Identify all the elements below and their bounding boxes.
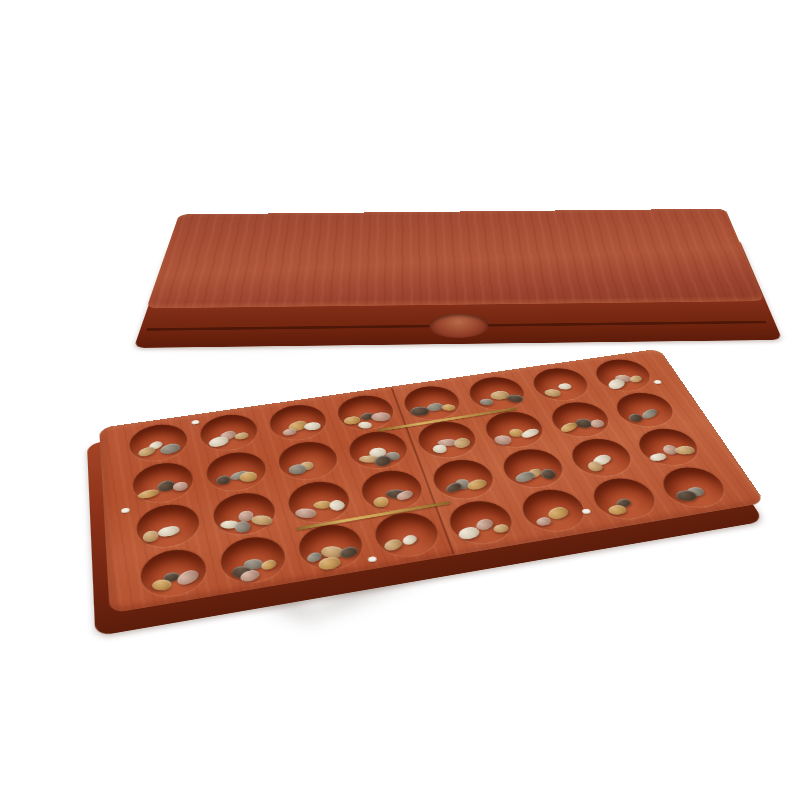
pebble bbox=[506, 393, 524, 402]
pit-B4[interactable] bbox=[345, 428, 413, 472]
pebble bbox=[381, 537, 404, 552]
pebble bbox=[588, 418, 606, 429]
pit-A1[interactable] bbox=[128, 421, 189, 464]
pebble bbox=[150, 579, 173, 591]
pit-B2[interactable] bbox=[204, 449, 269, 495]
board-lid-closed-box bbox=[146, 209, 764, 309]
pebble bbox=[238, 471, 257, 481]
pebble bbox=[173, 481, 188, 491]
pebble bbox=[174, 567, 202, 587]
magnet-dot bbox=[191, 420, 199, 425]
pebble bbox=[410, 406, 430, 416]
pebble bbox=[142, 530, 158, 542]
mancala-board-open bbox=[99, 349, 765, 614]
magnet-dot bbox=[121, 507, 130, 513]
pit-B3[interactable] bbox=[275, 438, 342, 483]
product-photo-scene bbox=[0, 0, 800, 800]
pebble bbox=[432, 444, 447, 453]
pebble bbox=[357, 421, 372, 429]
pebble bbox=[215, 474, 231, 484]
pit-D4[interactable] bbox=[370, 509, 444, 560]
pebble bbox=[492, 523, 510, 533]
pebble bbox=[539, 467, 558, 479]
pebble bbox=[441, 404, 455, 411]
pebble bbox=[326, 498, 347, 512]
pit-B1[interactable] bbox=[131, 459, 195, 506]
thumb-notch bbox=[429, 313, 489, 338]
pebble bbox=[294, 507, 317, 518]
pebble bbox=[207, 435, 230, 449]
pebble bbox=[136, 445, 157, 458]
lid-top-face bbox=[146, 209, 764, 309]
pebble bbox=[465, 477, 489, 491]
pebble bbox=[480, 398, 493, 405]
pebble bbox=[544, 388, 561, 397]
pebble bbox=[250, 514, 274, 526]
pebble bbox=[450, 436, 472, 450]
pebble bbox=[157, 524, 180, 537]
pit-A3[interactable] bbox=[266, 402, 330, 443]
pebble bbox=[371, 412, 390, 421]
pit-D1[interactable] bbox=[139, 545, 209, 600]
pebble bbox=[627, 374, 643, 383]
pit-D2[interactable] bbox=[218, 533, 290, 587]
pebble bbox=[519, 427, 541, 439]
pebble bbox=[372, 495, 390, 507]
pit-C1[interactable] bbox=[135, 501, 202, 552]
pebble bbox=[282, 427, 298, 436]
pit-C2[interactable] bbox=[211, 489, 279, 538]
pebble bbox=[259, 558, 278, 571]
pebble bbox=[303, 422, 320, 431]
pit-A2[interactable] bbox=[198, 411, 261, 453]
pebble bbox=[400, 533, 419, 546]
pebble bbox=[137, 488, 160, 500]
magnet-dot bbox=[367, 556, 377, 563]
pebble bbox=[558, 383, 572, 389]
pebble bbox=[288, 464, 305, 475]
